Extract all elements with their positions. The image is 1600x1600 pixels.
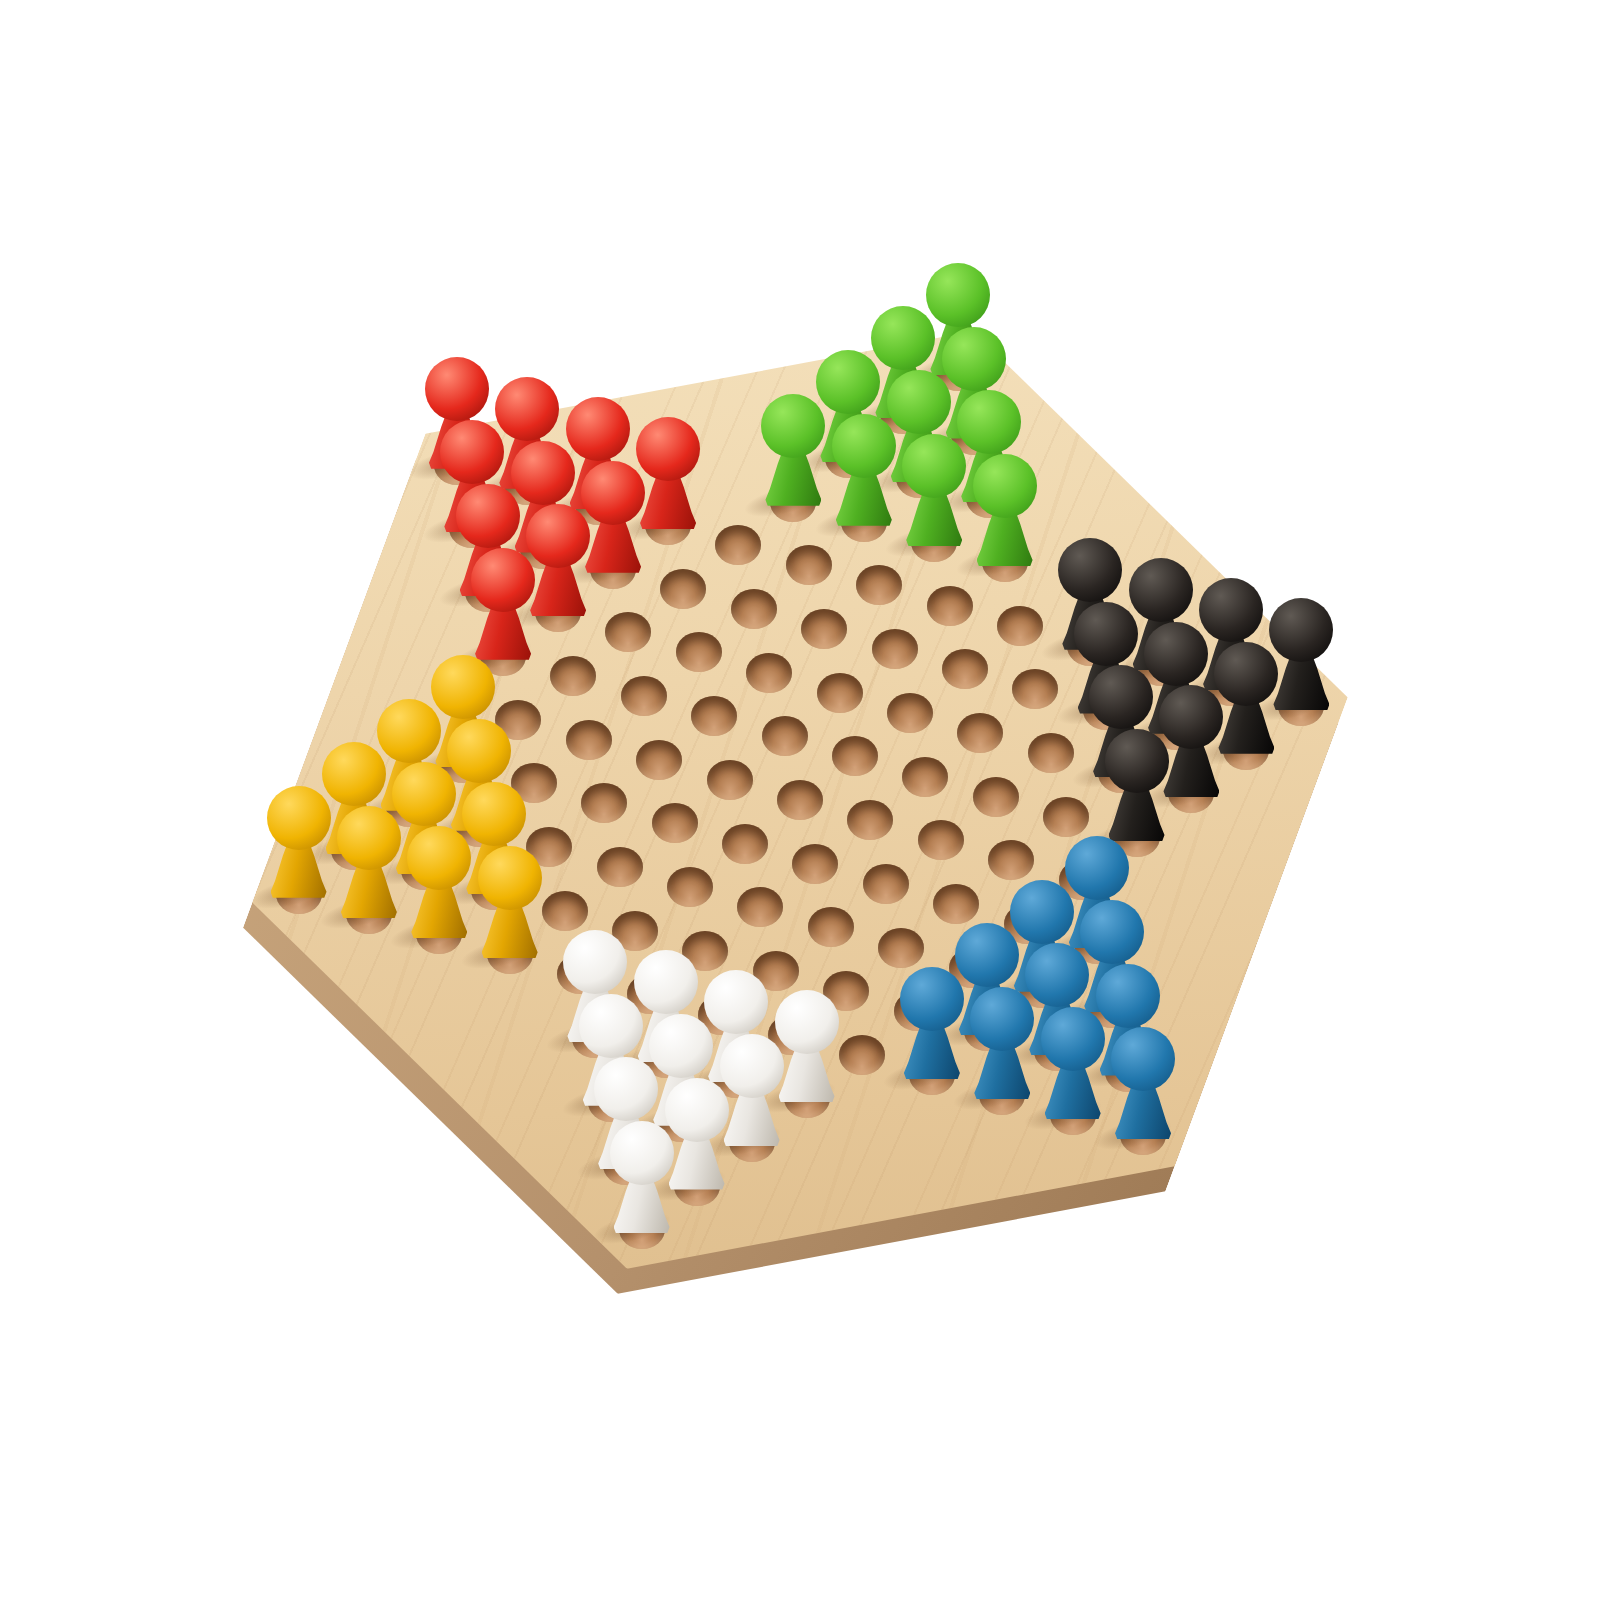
- peg-head: [495, 377, 559, 441]
- peg-head: [563, 930, 627, 994]
- board-hole[interactable]: [786, 545, 832, 585]
- peg-head: [447, 719, 511, 783]
- peg-head: [462, 782, 526, 846]
- peg-head: [431, 655, 495, 719]
- peg-head: [1041, 1007, 1105, 1071]
- peg-green[interactable]: [832, 414, 896, 534]
- peg-head: [775, 990, 839, 1054]
- board-hole[interactable]: [933, 884, 979, 924]
- peg-green[interactable]: [902, 434, 966, 554]
- board-hole[interactable]: [792, 844, 838, 884]
- peg-head: [1111, 1027, 1175, 1091]
- chinese-checkers-board-photo: [0, 0, 1600, 1600]
- peg-head: [1096, 964, 1160, 1028]
- board-hole[interactable]: [660, 569, 706, 609]
- board-hole[interactable]: [918, 820, 964, 860]
- peg-head: [511, 441, 575, 505]
- peg-head: [761, 394, 825, 458]
- peg-head: [1089, 665, 1153, 729]
- peg-head: [957, 390, 1021, 454]
- peg-green[interactable]: [761, 394, 825, 514]
- peg-head: [832, 414, 896, 478]
- peg-head: [407, 826, 471, 890]
- peg-head: [1269, 598, 1333, 662]
- board-hole[interactable]: [722, 824, 768, 864]
- board-hole[interactable]: [957, 713, 1003, 753]
- peg-head: [337, 806, 401, 870]
- peg-head: [871, 306, 935, 370]
- board-hole[interactable]: [863, 864, 909, 904]
- peg-head: [704, 970, 768, 1034]
- peg-head: [1058, 538, 1122, 602]
- peg-head: [610, 1121, 674, 1185]
- board-hole[interactable]: [621, 676, 667, 716]
- peg-head: [887, 370, 951, 434]
- board-hole[interactable]: [566, 720, 612, 760]
- board-hole[interactable]: [652, 803, 698, 843]
- peg-head: [456, 484, 520, 548]
- board-hole[interactable]: [878, 928, 924, 968]
- board-hole[interactable]: [872, 629, 918, 669]
- board-hole[interactable]: [808, 907, 854, 947]
- board-hole[interactable]: [801, 609, 847, 649]
- peg-white[interactable]: [775, 990, 839, 1110]
- peg-head: [636, 417, 700, 481]
- peg-red[interactable]: [636, 417, 700, 537]
- peg-yellow[interactable]: [267, 786, 331, 906]
- peg-green[interactable]: [973, 454, 1037, 574]
- peg-red[interactable]: [526, 504, 590, 624]
- board-hole[interactable]: [942, 649, 988, 689]
- board-hole[interactable]: [817, 673, 863, 713]
- peg-head: [955, 923, 1019, 987]
- peg-head: [594, 1057, 658, 1121]
- peg-head: [973, 454, 1037, 518]
- peg-head: [392, 762, 456, 826]
- peg-head: [581, 461, 645, 525]
- peg-head: [970, 987, 1034, 1051]
- board-hole[interactable]: [902, 757, 948, 797]
- peg-red[interactable]: [471, 548, 535, 668]
- board-hole[interactable]: [973, 777, 1019, 817]
- peg-yellow[interactable]: [337, 806, 401, 926]
- peg-head: [900, 967, 964, 1031]
- board-hole[interactable]: [777, 780, 823, 820]
- peg-head: [1199, 578, 1263, 642]
- peg-head: [267, 786, 331, 850]
- peg-head: [926, 263, 990, 327]
- peg-head: [720, 1034, 784, 1098]
- peg-head: [377, 699, 441, 763]
- peg-head: [649, 1014, 713, 1078]
- peg-blue[interactable]: [1041, 1007, 1105, 1127]
- board-hole[interactable]: [746, 653, 792, 693]
- peg-white[interactable]: [610, 1121, 674, 1241]
- board-hole[interactable]: [597, 847, 643, 887]
- board-hole[interactable]: [887, 693, 933, 733]
- peg-head: [1129, 558, 1193, 622]
- peg-blue[interactable]: [970, 987, 1034, 1107]
- peg-head: [322, 742, 386, 806]
- peg-black[interactable]: [1269, 598, 1333, 718]
- peg-head: [1010, 880, 1074, 944]
- peg-head: [902, 434, 966, 498]
- peg-black[interactable]: [1159, 685, 1223, 805]
- peg-white[interactable]: [665, 1078, 729, 1198]
- board-hole[interactable]: [927, 586, 973, 626]
- peg-white[interactable]: [720, 1034, 784, 1154]
- peg-black[interactable]: [1105, 729, 1169, 849]
- peg-head: [1105, 729, 1169, 793]
- board-hole[interactable]: [839, 1035, 885, 1075]
- board-hole[interactable]: [731, 589, 777, 629]
- peg-yellow[interactable]: [407, 826, 471, 946]
- peg-head: [1144, 622, 1208, 686]
- peg-head: [1159, 685, 1223, 749]
- peg-black[interactable]: [1214, 642, 1278, 762]
- peg-head: [1025, 943, 1089, 1007]
- board-hole[interactable]: [762, 716, 808, 756]
- peg-blue[interactable]: [1111, 1027, 1175, 1147]
- peg-head: [579, 994, 643, 1058]
- peg-blue[interactable]: [900, 967, 964, 1087]
- peg-head: [471, 548, 535, 612]
- board-hole[interactable]: [997, 606, 1043, 646]
- board-hole[interactable]: [1043, 797, 1089, 837]
- peg-head: [566, 397, 630, 461]
- peg-head: [1074, 602, 1138, 666]
- board-hole[interactable]: [542, 891, 588, 931]
- board-hole[interactable]: [1028, 733, 1074, 773]
- board-hole[interactable]: [667, 867, 713, 907]
- board-hole[interactable]: [707, 760, 753, 800]
- peg-yellow[interactable]: [478, 846, 542, 966]
- peg-head: [942, 327, 1006, 391]
- board-hole[interactable]: [636, 740, 682, 780]
- peg-head: [665, 1078, 729, 1142]
- peg-head: [440, 420, 504, 484]
- peg-head: [425, 357, 489, 421]
- peg-head: [1065, 836, 1129, 900]
- peg-head: [1080, 900, 1144, 964]
- peg-head: [478, 846, 542, 910]
- peg-head: [1214, 642, 1278, 706]
- peg-head: [526, 504, 590, 568]
- peg-head: [634, 950, 698, 1014]
- peg-head: [816, 350, 880, 414]
- peg-red[interactable]: [581, 461, 645, 581]
